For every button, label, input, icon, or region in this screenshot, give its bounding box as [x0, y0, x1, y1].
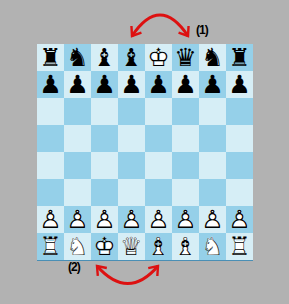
- square-d8[interactable]: ♝: [118, 44, 145, 71]
- square-b3[interactable]: [64, 179, 91, 206]
- white-pawn-e2: ♙: [145, 206, 172, 233]
- square-e2[interactable]: ♟♙: [145, 206, 172, 233]
- square-g5[interactable]: [199, 125, 226, 152]
- swap-label-1: (1): [196, 23, 208, 37]
- square-c3[interactable]: [91, 179, 118, 206]
- square-e4[interactable]: [145, 152, 172, 179]
- square-g1[interactable]: ♞♘: [199, 233, 226, 260]
- square-c6[interactable]: [91, 98, 118, 125]
- white-knight-g1: ♘: [199, 233, 226, 260]
- white-pawn-g2: ♙: [199, 206, 226, 233]
- swap-label-2: (2): [68, 260, 80, 274]
- square-b7[interactable]: ♟: [64, 71, 91, 98]
- square-d5[interactable]: [118, 125, 145, 152]
- white-knight-b1-fill: ♞: [64, 233, 91, 260]
- black-king-e8: ♔: [145, 44, 172, 71]
- square-g6[interactable]: [199, 98, 226, 125]
- white-bishop-f1: ♗: [172, 233, 199, 260]
- square-c8[interactable]: ♝: [91, 44, 118, 71]
- square-a8[interactable]: ♜: [37, 44, 64, 71]
- square-h1[interactable]: ♜♖: [226, 233, 253, 260]
- square-a6[interactable]: [37, 98, 64, 125]
- square-f2[interactable]: ♟♙: [172, 206, 199, 233]
- white-pawn-c2: ♙: [91, 206, 118, 233]
- black-rook-a8: ♜: [37, 44, 64, 71]
- square-g3[interactable]: [199, 179, 226, 206]
- square-c7[interactable]: ♟: [91, 71, 118, 98]
- square-c4[interactable]: [91, 152, 118, 179]
- black-pawn-d7: ♟: [118, 71, 145, 98]
- white-pawn-d2-fill: ♟: [118, 206, 145, 233]
- square-d2[interactable]: ♟♙: [118, 206, 145, 233]
- white-pawn-a2: ♙: [37, 206, 64, 233]
- square-f7[interactable]: ♟: [172, 71, 199, 98]
- white-pawn-g2-fill: ♟: [199, 206, 226, 233]
- square-f4[interactable]: [172, 152, 199, 179]
- square-b2[interactable]: ♟♙: [64, 206, 91, 233]
- square-h7[interactable]: ♟: [226, 71, 253, 98]
- white-knight-b1: ♘: [64, 233, 91, 260]
- white-pawn-d2: ♙: [118, 206, 145, 233]
- white-king-c1-fill: ♚: [91, 233, 118, 260]
- white-bishop-e1: ♗: [145, 233, 172, 260]
- white-pawn-c2-fill: ♟: [91, 206, 118, 233]
- square-d3[interactable]: [118, 179, 145, 206]
- white-pawn-f2: ♙: [172, 206, 199, 233]
- black-pawn-g7: ♟: [199, 71, 226, 98]
- white-pawn-f2-fill: ♟: [172, 206, 199, 233]
- square-g7[interactable]: ♟: [199, 71, 226, 98]
- black-knight-g8: ♞: [199, 44, 226, 71]
- square-b6[interactable]: [64, 98, 91, 125]
- square-b4[interactable]: [64, 152, 91, 179]
- square-c1[interactable]: ♚♔: [91, 233, 118, 260]
- chess-diagram: ♜♞♝♝♚♔♛♞♜♟♟♟♟♟♟♟♟♟♙♟♙♟♙♟♙♟♙♟♙♟♙♟♙♜♖♞♘♚♔♛…: [0, 0, 289, 304]
- black-pawn-e7: ♟: [145, 71, 172, 98]
- black-pawn-a7: ♟: [37, 71, 64, 98]
- white-pawn-a2-fill: ♟: [37, 206, 64, 233]
- square-a2[interactable]: ♟♙: [37, 206, 64, 233]
- square-a1[interactable]: ♜♖: [37, 233, 64, 260]
- white-rook-a1: ♖: [37, 233, 64, 260]
- black-bishop-c8: ♝: [91, 44, 118, 71]
- square-b1[interactable]: ♞♘: [64, 233, 91, 260]
- white-knight-g1-fill: ♞: [199, 233, 226, 260]
- square-h8[interactable]: ♜: [226, 44, 253, 71]
- square-h3[interactable]: [226, 179, 253, 206]
- square-b5[interactable]: [64, 125, 91, 152]
- square-h6[interactable]: [226, 98, 253, 125]
- square-g4[interactable]: [199, 152, 226, 179]
- square-d4[interactable]: [118, 152, 145, 179]
- square-g2[interactable]: ♟♙: [199, 206, 226, 233]
- square-f3[interactable]: [172, 179, 199, 206]
- white-queen-d1-fill: ♛: [118, 233, 145, 260]
- chess-board: ♜♞♝♝♚♔♛♞♜♟♟♟♟♟♟♟♟♟♙♟♙♟♙♟♙♟♙♟♙♟♙♟♙♜♖♞♘♚♔♛…: [37, 44, 253, 261]
- black-king-e8-fill: ♚: [145, 44, 172, 71]
- white-queen-d1: ♕: [118, 233, 145, 260]
- square-b8[interactable]: ♞: [64, 44, 91, 71]
- white-bishop-f1-fill: ♝: [172, 233, 199, 260]
- white-pawn-h2: ♙: [226, 206, 253, 233]
- square-f8[interactable]: ♛: [172, 44, 199, 71]
- square-f5[interactable]: [172, 125, 199, 152]
- swap-arrow-1: [132, 15, 188, 36]
- square-d1[interactable]: ♛♕: [118, 233, 145, 260]
- black-rook-h8: ♜: [226, 44, 253, 71]
- square-d6[interactable]: [118, 98, 145, 125]
- square-f6[interactable]: [172, 98, 199, 125]
- black-knight-b8: ♞: [64, 44, 91, 71]
- square-h2[interactable]: ♟♙: [226, 206, 253, 233]
- black-pawn-h7: ♟: [226, 71, 253, 98]
- square-h4[interactable]: [226, 152, 253, 179]
- white-pawn-h2-fill: ♟: [226, 206, 253, 233]
- white-rook-h1: ♖: [226, 233, 253, 260]
- square-a5[interactable]: [37, 125, 64, 152]
- square-a7[interactable]: ♟: [37, 71, 64, 98]
- square-d7[interactable]: ♟: [118, 71, 145, 98]
- black-bishop-d8: ♝: [118, 44, 145, 71]
- black-pawn-c7: ♟: [91, 71, 118, 98]
- square-e7[interactable]: ♟: [145, 71, 172, 98]
- square-g8[interactable]: ♞: [199, 44, 226, 71]
- square-a4[interactable]: [37, 152, 64, 179]
- white-pawn-e2-fill: ♟: [145, 206, 172, 233]
- square-e3[interactable]: [145, 179, 172, 206]
- square-c2[interactable]: ♟♙: [91, 206, 118, 233]
- white-pawn-b2-fill: ♟: [64, 206, 91, 233]
- white-rook-h1-fill: ♜: [226, 233, 253, 260]
- white-rook-a1-fill: ♜: [37, 233, 64, 260]
- black-pawn-f7: ♟: [172, 71, 199, 98]
- square-c5[interactable]: [91, 125, 118, 152]
- swap-arrow-2: [97, 266, 158, 284]
- square-e6[interactable]: [145, 98, 172, 125]
- square-e8[interactable]: ♚♔: [145, 44, 172, 71]
- black-pawn-b7: ♟: [64, 71, 91, 98]
- black-queen-f8: ♛: [172, 44, 199, 71]
- square-e5[interactable]: [145, 125, 172, 152]
- square-f1[interactable]: ♝♗: [172, 233, 199, 260]
- white-pawn-b2: ♙: [64, 206, 91, 233]
- square-h5[interactable]: [226, 125, 253, 152]
- white-bishop-e1-fill: ♝: [145, 233, 172, 260]
- square-a3[interactable]: [37, 179, 64, 206]
- white-king-c1: ♔: [91, 233, 118, 260]
- square-e1[interactable]: ♝♗: [145, 233, 172, 260]
